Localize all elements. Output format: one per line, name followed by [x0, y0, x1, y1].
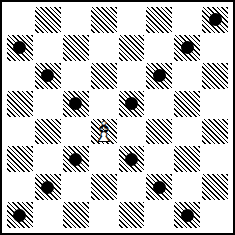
square-e2: [118, 173, 146, 201]
attack-marker-dot: [153, 181, 166, 194]
square-b2: [34, 173, 62, 201]
square-d5: [90, 90, 118, 118]
attack-marker-dot: [181, 41, 194, 54]
attack-marker-dot: [153, 69, 166, 82]
square-c1: [62, 201, 90, 229]
square-h6: [201, 62, 229, 90]
square-a4: [6, 118, 34, 146]
square-f4: [145, 118, 173, 146]
square-e5: [118, 90, 146, 118]
attack-marker-dot: [41, 181, 54, 194]
square-d4: ♝♗: [90, 118, 118, 146]
square-e6: [118, 62, 146, 90]
chess-board: ♝♗: [6, 6, 229, 229]
square-a2: [6, 173, 34, 201]
square-b8: [34, 6, 62, 34]
square-h1: [201, 201, 229, 229]
square-e4: [118, 118, 146, 146]
square-b4: [34, 118, 62, 146]
white-bishop: ♝♗: [90, 118, 118, 146]
square-b6: [34, 62, 62, 90]
square-c2: [62, 173, 90, 201]
square-g7: [173, 34, 201, 62]
attack-marker-dot: [125, 153, 138, 166]
chess-diagram: ♝♗: [0, 0, 235, 235]
attack-marker-dot: [125, 97, 138, 110]
square-g5: [173, 90, 201, 118]
square-h7: [201, 34, 229, 62]
square-c3: [62, 145, 90, 173]
square-a7: [6, 34, 34, 62]
square-h3: [201, 145, 229, 173]
square-e8: [118, 6, 146, 34]
square-b5: [34, 90, 62, 118]
attack-marker-dot: [69, 97, 82, 110]
square-f8: [145, 6, 173, 34]
square-g4: [173, 118, 201, 146]
square-h2: [201, 173, 229, 201]
square-d8: [90, 6, 118, 34]
square-h8: [201, 6, 229, 34]
square-a6: [6, 62, 34, 90]
square-h5: [201, 90, 229, 118]
square-f6: [145, 62, 173, 90]
attack-marker-dot: [13, 209, 26, 222]
square-a5: [6, 90, 34, 118]
square-c7: [62, 34, 90, 62]
square-e3: [118, 145, 146, 173]
square-g1: [173, 201, 201, 229]
square-c5: [62, 90, 90, 118]
square-g2: [173, 173, 201, 201]
square-b3: [34, 145, 62, 173]
square-f5: [145, 90, 173, 118]
square-c6: [62, 62, 90, 90]
square-a1: [6, 201, 34, 229]
square-e1: [118, 201, 146, 229]
square-d2: [90, 173, 118, 201]
square-g6: [173, 62, 201, 90]
attack-marker-dot: [181, 209, 194, 222]
square-g8: [173, 6, 201, 34]
square-f2: [145, 173, 173, 201]
white-bishop-outline-glyph: ♗: [91, 118, 117, 146]
attack-marker-dot: [69, 153, 82, 166]
square-e7: [118, 34, 146, 62]
square-f1: [145, 201, 173, 229]
attack-marker-dot: [13, 41, 26, 54]
square-b7: [34, 34, 62, 62]
square-d6: [90, 62, 118, 90]
square-c4: [62, 118, 90, 146]
square-h4: [201, 118, 229, 146]
square-c8: [62, 6, 90, 34]
square-d7: [90, 34, 118, 62]
square-a3: [6, 145, 34, 173]
attack-marker-dot: [41, 69, 54, 82]
square-d1: [90, 201, 118, 229]
square-f7: [145, 34, 173, 62]
attack-marker-dot: [209, 13, 222, 26]
square-g3: [173, 145, 201, 173]
square-f3: [145, 145, 173, 173]
square-b1: [34, 201, 62, 229]
square-a8: [6, 6, 34, 34]
square-d3: [90, 145, 118, 173]
